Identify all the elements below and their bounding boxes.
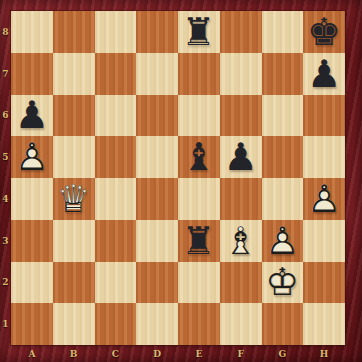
square-g2[interactable]: ♚♔ bbox=[262, 262, 304, 304]
square-f8[interactable] bbox=[220, 11, 262, 53]
square-b6[interactable] bbox=[53, 95, 95, 137]
square-a8[interactable] bbox=[11, 11, 53, 53]
square-g8[interactable] bbox=[262, 11, 304, 53]
white-queen[interactable]: ♛♕ bbox=[53, 178, 95, 220]
file-label-E: E bbox=[178, 345, 220, 362]
rank-label-1: 1 bbox=[0, 303, 11, 345]
piece-outline: ♗ bbox=[224, 222, 258, 260]
square-e2[interactable] bbox=[178, 262, 220, 304]
file-label-A: A bbox=[11, 345, 53, 362]
square-e6[interactable] bbox=[178, 95, 220, 137]
file-label-C: C bbox=[95, 345, 137, 362]
rank-label-4: 4 bbox=[0, 178, 11, 220]
black-rook[interactable]: ♜ bbox=[178, 220, 220, 262]
square-h6[interactable] bbox=[303, 95, 345, 137]
square-e5[interactable]: ♝ bbox=[178, 136, 220, 178]
square-h4[interactable]: ♟♙ bbox=[303, 178, 345, 220]
square-e4[interactable] bbox=[178, 178, 220, 220]
square-g4[interactable] bbox=[262, 178, 304, 220]
piece-outline: ♕ bbox=[57, 180, 91, 218]
square-g3[interactable]: ♟♙ bbox=[262, 220, 304, 262]
chessboard-frame: ♜♚♟♟♟♙♝♟♛♕♟♙♜♝♗♟♙♚♔ 87654321 ABCDEFGH bbox=[0, 0, 362, 362]
square-a3[interactable] bbox=[11, 220, 53, 262]
square-b8[interactable] bbox=[53, 11, 95, 53]
square-d6[interactable] bbox=[136, 95, 178, 137]
square-d8[interactable] bbox=[136, 11, 178, 53]
black-pawn[interactable]: ♟ bbox=[11, 95, 53, 137]
square-c2[interactable] bbox=[95, 262, 137, 304]
square-e7[interactable] bbox=[178, 53, 220, 95]
square-f3[interactable]: ♝♗ bbox=[220, 220, 262, 262]
square-g7[interactable] bbox=[262, 53, 304, 95]
square-f5[interactable]: ♟ bbox=[220, 136, 262, 178]
piece-outline: ♙ bbox=[265, 222, 299, 260]
black-bishop[interactable]: ♝ bbox=[178, 136, 220, 178]
square-f7[interactable] bbox=[220, 53, 262, 95]
square-h5[interactable] bbox=[303, 136, 345, 178]
square-d7[interactable] bbox=[136, 53, 178, 95]
file-label-H: H bbox=[303, 345, 345, 362]
square-c5[interactable] bbox=[95, 136, 137, 178]
piece-outline: ♙ bbox=[15, 138, 49, 176]
white-pawn[interactable]: ♟♙ bbox=[11, 136, 53, 178]
piece-glyph: ♟ bbox=[15, 96, 49, 134]
square-e3[interactable]: ♜ bbox=[178, 220, 220, 262]
piece-glyph: ♜ bbox=[182, 222, 216, 260]
square-e8[interactable]: ♜ bbox=[178, 11, 220, 53]
square-d4[interactable] bbox=[136, 178, 178, 220]
square-b3[interactable] bbox=[53, 220, 95, 262]
square-a6[interactable]: ♟ bbox=[11, 95, 53, 137]
black-king[interactable]: ♚ bbox=[303, 11, 345, 53]
square-a4[interactable] bbox=[11, 178, 53, 220]
rank-label-7: 7 bbox=[0, 53, 11, 95]
white-king[interactable]: ♚♔ bbox=[262, 262, 304, 304]
white-bishop[interactable]: ♝♗ bbox=[220, 220, 262, 262]
square-d1[interactable] bbox=[136, 303, 178, 345]
square-a1[interactable] bbox=[11, 303, 53, 345]
black-pawn[interactable]: ♟ bbox=[303, 53, 345, 95]
file-label-D: D bbox=[136, 345, 178, 362]
square-f2[interactable] bbox=[220, 262, 262, 304]
square-c4[interactable] bbox=[95, 178, 137, 220]
square-c6[interactable] bbox=[95, 95, 137, 137]
file-label-B: B bbox=[53, 345, 95, 362]
square-a7[interactable] bbox=[11, 53, 53, 95]
rank-label-3: 3 bbox=[0, 220, 11, 262]
square-h1[interactable] bbox=[303, 303, 345, 345]
rank-label-6: 6 bbox=[0, 95, 11, 137]
square-h7[interactable]: ♟ bbox=[303, 53, 345, 95]
piece-glyph: ♚ bbox=[307, 13, 341, 51]
piece-glyph: ♟ bbox=[224, 138, 258, 176]
square-d3[interactable] bbox=[136, 220, 178, 262]
square-h2[interactable] bbox=[303, 262, 345, 304]
black-pawn[interactable]: ♟ bbox=[220, 136, 262, 178]
square-d2[interactable] bbox=[136, 262, 178, 304]
square-e1[interactable] bbox=[178, 303, 220, 345]
square-h3[interactable] bbox=[303, 220, 345, 262]
square-c8[interactable] bbox=[95, 11, 137, 53]
rank-label-5: 5 bbox=[0, 136, 11, 178]
square-c1[interactable] bbox=[95, 303, 137, 345]
square-b4[interactable]: ♛♕ bbox=[53, 178, 95, 220]
white-pawn[interactable]: ♟♙ bbox=[262, 220, 304, 262]
square-c3[interactable] bbox=[95, 220, 137, 262]
piece-glyph: ♜ bbox=[182, 13, 216, 51]
piece-outline: ♔ bbox=[265, 263, 299, 301]
square-g5[interactable] bbox=[262, 136, 304, 178]
square-b5[interactable] bbox=[53, 136, 95, 178]
chessboard: ♜♚♟♟♟♙♝♟♛♕♟♙♜♝♗♟♙♚♔ bbox=[11, 11, 345, 345]
black-rook[interactable]: ♜ bbox=[178, 11, 220, 53]
file-label-F: F bbox=[220, 345, 262, 362]
square-g1[interactable] bbox=[262, 303, 304, 345]
piece-glyph: ♟ bbox=[307, 55, 341, 93]
square-c7[interactable] bbox=[95, 53, 137, 95]
square-b7[interactable] bbox=[53, 53, 95, 95]
square-a5[interactable]: ♟♙ bbox=[11, 136, 53, 178]
square-d5[interactable] bbox=[136, 136, 178, 178]
square-b1[interactable] bbox=[53, 303, 95, 345]
piece-glyph: ♝ bbox=[182, 138, 216, 176]
square-f4[interactable] bbox=[220, 178, 262, 220]
square-f6[interactable] bbox=[220, 95, 262, 137]
file-label-G: G bbox=[262, 345, 304, 362]
rank-label-8: 8 bbox=[0, 11, 11, 53]
square-b2[interactable] bbox=[53, 262, 95, 304]
square-h8[interactable]: ♚ bbox=[303, 11, 345, 53]
square-f1[interactable] bbox=[220, 303, 262, 345]
square-a2[interactable] bbox=[11, 262, 53, 304]
piece-outline: ♙ bbox=[307, 180, 341, 218]
white-pawn[interactable]: ♟♙ bbox=[303, 178, 345, 220]
square-g6[interactable] bbox=[262, 95, 304, 137]
rank-label-2: 2 bbox=[0, 262, 11, 304]
